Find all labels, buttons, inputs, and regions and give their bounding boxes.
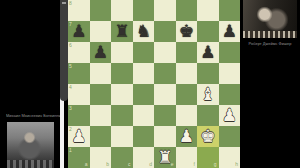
rank-label-2: 2 <box>69 127 72 132</box>
chess-board: 87♟♜♞♚♟6♟♟54♝3♟2♟♟♚1abcde♜fgh <box>68 0 240 168</box>
square-f6[interactable] <box>176 42 198 63</box>
square-h1[interactable]: h <box>219 147 241 168</box>
rank-label-3: 3 <box>69 106 72 111</box>
botvinnik-photo <box>7 122 54 168</box>
square-d2[interactable] <box>133 126 155 147</box>
square-h3[interactable]: ♟ <box>219 105 241 126</box>
photo-pieces-row <box>243 31 297 38</box>
square-b7[interactable] <box>90 21 112 42</box>
file-label-c: c <box>128 162 131 167</box>
square-f2[interactable]: ♟ <box>176 126 198 147</box>
square-c2[interactable] <box>111 126 133 147</box>
square-a1[interactable]: 1a <box>68 147 90 168</box>
square-g1[interactable]: g <box>197 147 219 168</box>
photo-chessboard-row <box>7 160 54 168</box>
fischer-photo <box>243 0 297 38</box>
square-e8[interactable] <box>154 0 176 21</box>
rank-label-6: 6 <box>69 43 72 48</box>
black-pawn: ♟ <box>219 21 241 42</box>
square-a5[interactable]: 5 <box>68 63 90 84</box>
square-g3[interactable] <box>197 105 219 126</box>
left-panel: Михаил Моисеевич Ботвинник <box>0 0 60 168</box>
square-c8[interactable] <box>111 0 133 21</box>
file-label-a: a <box>85 162 88 167</box>
square-b1[interactable]: b <box>90 147 112 168</box>
rank-label-5: 5 <box>69 64 72 69</box>
square-e6[interactable] <box>154 42 176 63</box>
square-g5[interactable] <box>197 63 219 84</box>
black-king: ♚ <box>176 21 198 42</box>
square-c4[interactable] <box>111 84 133 105</box>
square-h5[interactable] <box>219 63 241 84</box>
square-a7[interactable]: 7♟ <box>68 21 90 42</box>
square-h7[interactable]: ♟ <box>219 21 241 42</box>
square-d4[interactable] <box>133 84 155 105</box>
rank-label-8: 8 <box>69 1 72 6</box>
square-d3[interactable] <box>133 105 155 126</box>
square-e1[interactable]: e♜ <box>154 147 176 168</box>
square-a2[interactable]: 2♟ <box>68 126 90 147</box>
square-a4[interactable]: 4 <box>68 84 90 105</box>
square-a8[interactable]: 8 <box>68 0 90 21</box>
rank-label-4: 4 <box>69 85 72 90</box>
square-g2[interactable]: ♚ <box>197 126 219 147</box>
white-rook: ♜ <box>154 147 176 168</box>
rank-label-7: 7 <box>69 22 72 27</box>
black-pawn: ♟ <box>68 21 90 42</box>
black-pawn: ♟ <box>197 42 219 63</box>
file-label-b: b <box>106 162 109 167</box>
black-knight: ♞ <box>133 21 155 42</box>
square-c3[interactable] <box>111 105 133 126</box>
square-g8[interactable] <box>197 0 219 21</box>
square-c7[interactable]: ♜ <box>111 21 133 42</box>
square-h8[interactable] <box>219 0 241 21</box>
square-a3[interactable]: 3 <box>68 105 90 126</box>
square-c6[interactable] <box>111 42 133 63</box>
square-b6[interactable]: ♟ <box>90 42 112 63</box>
white-bishop: ♝ <box>197 84 219 105</box>
square-d7[interactable]: ♞ <box>133 21 155 42</box>
square-f1[interactable]: f <box>176 147 198 168</box>
scrollbar-track[interactable] <box>60 96 64 168</box>
square-f7[interactable]: ♚ <box>176 21 198 42</box>
square-f5[interactable] <box>176 63 198 84</box>
file-label-d: d <box>149 162 152 167</box>
square-a6[interactable]: 6 <box>68 42 90 63</box>
white-pawn: ♟ <box>176 126 198 147</box>
square-h2[interactable] <box>219 126 241 147</box>
square-e5[interactable] <box>154 63 176 84</box>
white-king: ♚ <box>197 126 219 147</box>
scrollbar-thumb[interactable] <box>60 0 68 101</box>
square-h4[interactable] <box>219 84 241 105</box>
square-e4[interactable] <box>154 84 176 105</box>
player-name-botvinnik: Михаил Моисеевич Ботвинник <box>6 113 54 118</box>
white-pawn: ♟ <box>219 105 241 126</box>
square-c5[interactable] <box>111 63 133 84</box>
right-panel: Роберт Джеймс Фишер <box>240 0 300 168</box>
rank-label-1: 1 <box>69 148 72 153</box>
player-name-fischer: Роберт Джеймс Фишер <box>246 41 294 46</box>
square-d8[interactable] <box>133 0 155 21</box>
square-c1[interactable]: c <box>111 147 133 168</box>
square-g7[interactable] <box>197 21 219 42</box>
square-h6[interactable] <box>219 42 241 63</box>
square-f3[interactable] <box>176 105 198 126</box>
square-b8[interactable] <box>90 0 112 21</box>
square-g6[interactable]: ♟ <box>197 42 219 63</box>
square-e7[interactable] <box>154 21 176 42</box>
white-pawn: ♟ <box>68 126 90 147</box>
file-label-e: e <box>171 162 174 167</box>
scrollbar-thumb-grip <box>62 2 66 4</box>
square-b2[interactable] <box>90 126 112 147</box>
square-d6[interactable] <box>133 42 155 63</box>
file-label-g: g <box>214 162 217 167</box>
square-g4[interactable]: ♝ <box>197 84 219 105</box>
scrollbar[interactable] <box>60 0 68 168</box>
square-b4[interactable] <box>90 84 112 105</box>
square-f4[interactable] <box>176 84 198 105</box>
square-b5[interactable] <box>90 63 112 84</box>
file-label-f: f <box>194 162 195 167</box>
file-label-h: h <box>235 162 238 167</box>
black-pawn: ♟ <box>90 42 112 63</box>
square-d1[interactable]: d <box>133 147 155 168</box>
square-e3[interactable] <box>154 105 176 126</box>
square-e2[interactable] <box>154 126 176 147</box>
square-b3[interactable] <box>90 105 112 126</box>
black-rook: ♜ <box>111 21 133 42</box>
square-d5[interactable] <box>133 63 155 84</box>
square-f8[interactable] <box>176 0 198 21</box>
